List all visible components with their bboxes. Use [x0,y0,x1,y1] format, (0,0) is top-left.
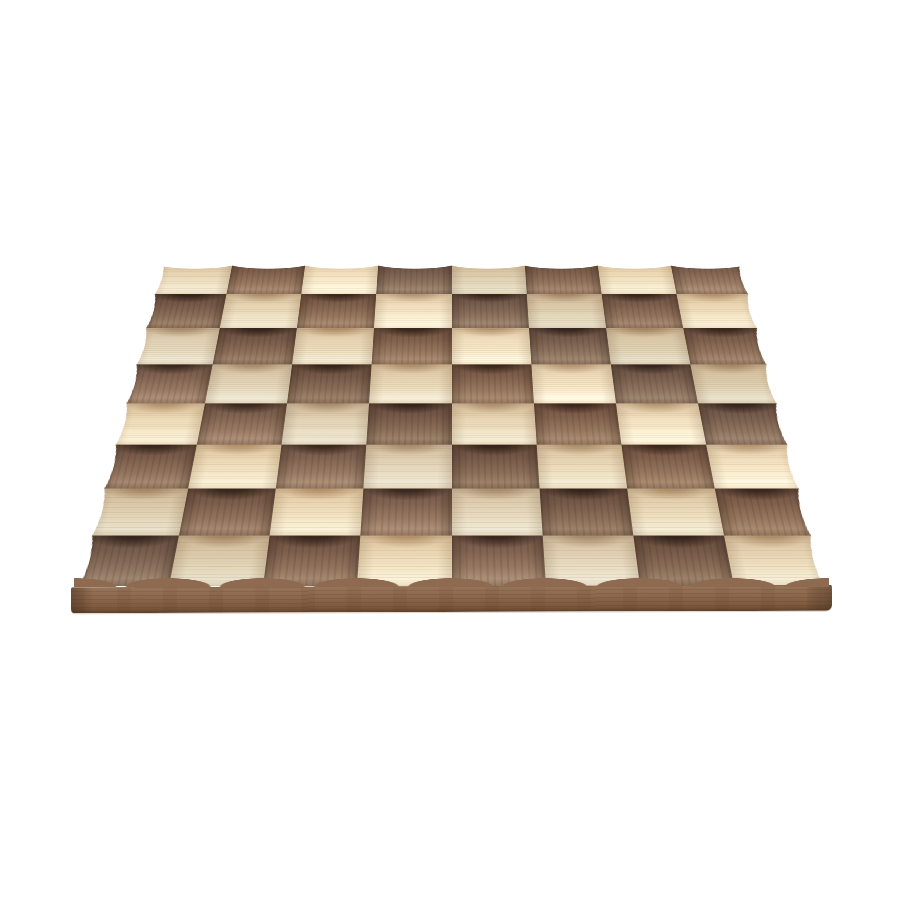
board-square [292,328,374,364]
board-square [683,328,770,364]
board-square [369,365,451,404]
board-square [143,294,227,328]
board-square [606,328,690,364]
board-square [529,328,611,364]
board-square [112,403,205,444]
board-square [179,488,276,535]
board-front-scallop-seam [74,578,829,587]
board-square [531,365,616,404]
board-square [297,294,376,328]
board-square [526,294,605,328]
product-photo-canvas [0,0,900,900]
board-square [287,365,372,404]
board-square [676,294,760,328]
board-square [715,488,815,535]
board-square [601,294,683,328]
board-square [616,403,706,444]
board-square [88,488,188,535]
board-square [123,365,213,404]
board-square [372,328,452,364]
board-square [276,444,367,488]
board-square [452,488,543,535]
board-square [101,444,197,488]
board-square [534,403,622,444]
board-square [270,488,364,535]
board-square [706,444,802,488]
board-square [282,403,370,444]
board-square [197,403,287,444]
board-square [452,444,540,488]
board-square [698,403,791,444]
board-square [452,294,529,328]
board-square [374,294,451,328]
board-square [670,262,751,294]
board-square [524,262,601,294]
board-square [597,262,676,294]
board-square [536,444,627,488]
board-square [213,328,297,364]
board-square [133,328,220,364]
board-square [220,294,302,328]
board-square [611,365,698,404]
board-square [452,328,532,364]
board-front-edge [71,585,832,614]
board-square [367,403,452,444]
board-square [152,262,233,294]
board-square [205,365,292,404]
board-square [690,365,780,404]
board-square [452,262,527,294]
board-square [452,403,537,444]
board-square [377,262,452,294]
board-square [452,365,534,404]
board-square [227,262,306,294]
board-square [361,488,452,535]
board-square [364,444,452,488]
board-square [302,262,379,294]
board-square [539,488,633,535]
chessboard-surface [75,262,828,586]
board-square [188,444,281,488]
board-square [627,488,724,535]
board-square [621,444,714,488]
